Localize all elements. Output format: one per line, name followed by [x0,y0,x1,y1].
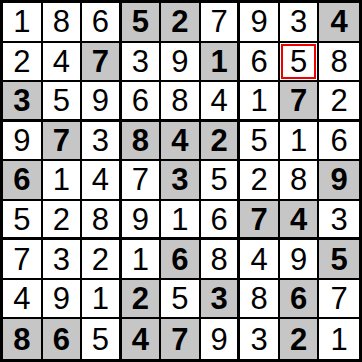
cell-r6c5[interactable]: 1 [161,201,201,241]
cell-r7c4[interactable]: 1 [122,240,162,280]
cell-r5c2[interactable]: 1 [43,161,83,201]
cell-r2c4[interactable]: 3 [122,43,162,83]
cell-r2c7[interactable]: 6 [240,43,280,83]
cell-r6c2[interactable]: 2 [43,201,83,241]
cell-r5c9[interactable]: 9 [319,161,359,201]
cell-r4c7[interactable]: 5 [240,122,280,162]
cell-r3c6[interactable]: 4 [201,82,241,122]
cell-r3c5[interactable]: 8 [161,82,201,122]
cell-r7c9[interactable]: 5 [319,240,359,280]
cell-r8c1[interactable]: 4 [3,280,43,320]
cell-r3c2[interactable]: 5 [43,82,83,122]
cell-r2c9[interactable]: 8 [319,43,359,83]
cell-r2c5[interactable]: 9 [161,43,201,83]
cell-r9c6[interactable]: 9 [201,319,241,359]
cell-r1c9[interactable]: 4 [319,3,359,43]
cell-r6c8[interactable]: 4 [280,201,320,241]
cell-r4c5[interactable]: 4 [161,122,201,162]
cell-r7c1[interactable]: 7 [3,240,43,280]
cell-r4c6[interactable]: 2 [201,122,241,162]
cell-r9c8[interactable]: 2 [280,319,320,359]
cell-r6c6[interactable]: 6 [201,201,241,241]
cell-r6c4[interactable]: 9 [122,201,162,241]
cell-r8c3[interactable]: 1 [82,280,122,320]
cell-r8c2[interactable]: 9 [43,280,83,320]
sudoku-board: 1865279342473916583596841729738425166147… [0,0,362,362]
cell-r3c7[interactable]: 1 [240,82,280,122]
cell-r7c5[interactable]: 6 [161,240,201,280]
cell-r1c6[interactable]: 7 [201,3,241,43]
cell-r3c4[interactable]: 6 [122,82,162,122]
cell-r3c9[interactable]: 2 [319,82,359,122]
cell-r6c1[interactable]: 5 [3,201,43,241]
cell-r6c3[interactable]: 8 [82,201,122,241]
cell-r9c7[interactable]: 3 [240,319,280,359]
cell-r8c4[interactable]: 2 [122,280,162,320]
cell-r7c7[interactable]: 4 [240,240,280,280]
cell-r1c3[interactable]: 6 [82,3,122,43]
cell-r4c4[interactable]: 8 [122,122,162,162]
cell-r1c1[interactable]: 1 [3,3,43,43]
cell-r9c4[interactable]: 4 [122,319,162,359]
cell-r2c6[interactable]: 1 [201,43,241,83]
cell-r7c8[interactable]: 9 [280,240,320,280]
cell-r4c2[interactable]: 7 [43,122,83,162]
cell-r5c8[interactable]: 8 [280,161,320,201]
cell-r1c8[interactable]: 3 [280,3,320,43]
cell-r2c3[interactable]: 7 [82,43,122,83]
cell-r5c7[interactable]: 2 [240,161,280,201]
cell-r1c7[interactable]: 9 [240,3,280,43]
cell-r3c8[interactable]: 7 [280,82,320,122]
cell-r6c7[interactable]: 7 [240,201,280,241]
cell-r7c3[interactable]: 2 [82,240,122,280]
cell-r4c9[interactable]: 6 [319,122,359,162]
cell-r5c4[interactable]: 7 [122,161,162,201]
cell-r8c8[interactable]: 6 [280,280,320,320]
cell-r4c1[interactable]: 9 [3,122,43,162]
cell-r5c5[interactable]: 3 [161,161,201,201]
cell-r8c6[interactable]: 3 [201,280,241,320]
cell-r3c1[interactable]: 3 [3,82,43,122]
cell-r5c6[interactable]: 5 [201,161,241,201]
cell-r9c9[interactable]: 1 [319,319,359,359]
cell-r9c3[interactable]: 5 [82,319,122,359]
cell-r9c5[interactable]: 7 [161,319,201,359]
cell-r1c5[interactable]: 2 [161,3,201,43]
cell-r8c9[interactable]: 7 [319,280,359,320]
cell-r9c2[interactable]: 6 [43,319,83,359]
cell-r1c2[interactable]: 8 [43,3,83,43]
cell-r4c3[interactable]: 3 [82,122,122,162]
cell-r1c4[interactable]: 5 [122,3,162,43]
cell-r8c7[interactable]: 8 [240,280,280,320]
cell-r2c8-selected[interactable]: 5 [280,43,320,83]
cell-r9c1[interactable]: 8 [3,319,43,359]
cell-r7c6[interactable]: 8 [201,240,241,280]
cell-r4c8[interactable]: 1 [280,122,320,162]
cell-r5c1[interactable]: 6 [3,161,43,201]
cell-r8c5[interactable]: 5 [161,280,201,320]
cell-r2c1[interactable]: 2 [3,43,43,83]
cell-r2c2[interactable]: 4 [43,43,83,83]
cell-r3c3[interactable]: 9 [82,82,122,122]
cell-r6c9[interactable]: 3 [319,201,359,241]
cell-r5c3[interactable]: 4 [82,161,122,201]
cell-r7c2[interactable]: 3 [43,240,83,280]
